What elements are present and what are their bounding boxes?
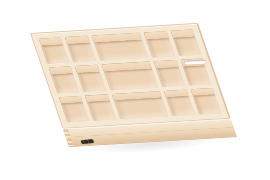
wooden-sorting-tray xyxy=(30,23,237,147)
compartment-small-r3c5 xyxy=(190,88,221,115)
compartment-small-r3c1 xyxy=(59,96,90,123)
compartment-small-r3c4 xyxy=(164,89,195,116)
compartment-wide-r1c3 xyxy=(91,33,148,61)
compartment-wide-r2c3 xyxy=(101,62,158,90)
compartment-small-r3c2 xyxy=(85,94,116,121)
compartment-small-r1c1 xyxy=(39,37,70,64)
compartment-small-r2c1 xyxy=(49,66,80,93)
compartment-wide-r3c3 xyxy=(111,91,168,119)
compartment-small-r2c2 xyxy=(75,65,106,92)
brand-stamp-logo xyxy=(80,139,94,144)
compartment-small-r1c4 xyxy=(144,31,175,58)
tray-top-surface xyxy=(30,23,231,129)
compartment-small-r1c5 xyxy=(170,30,201,57)
photo-background xyxy=(0,0,270,180)
compartment-grid xyxy=(39,30,221,123)
compartment-small-r2c4 xyxy=(154,60,185,87)
compartment-small-r1c2 xyxy=(65,36,96,63)
